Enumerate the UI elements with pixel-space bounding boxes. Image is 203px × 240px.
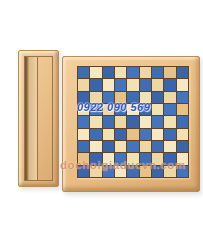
board-square-r5c3 bbox=[103, 116, 114, 127]
board-square-r1c5 bbox=[127, 67, 138, 78]
board-square-r7c3 bbox=[103, 141, 114, 152]
board-square-r5c7 bbox=[152, 116, 163, 127]
board-square-r5c8 bbox=[164, 116, 175, 127]
board-square-r2c1 bbox=[78, 79, 89, 90]
board-square-r7c9 bbox=[177, 141, 188, 152]
board-square-r7c5 bbox=[127, 141, 138, 152]
board-square-r2c8 bbox=[164, 79, 175, 90]
board-square-r1c2 bbox=[90, 67, 101, 78]
board-square-r4c9 bbox=[177, 104, 188, 115]
board-square-r1c7 bbox=[152, 67, 163, 78]
board-square-r5c1 bbox=[78, 116, 89, 127]
board-square-r7c6 bbox=[140, 141, 151, 152]
board-square-r4c8 bbox=[164, 104, 175, 115]
board-square-r5c9 bbox=[177, 116, 188, 127]
box-empty-slot bbox=[25, 57, 38, 180]
board-square-r2c5 bbox=[127, 79, 138, 90]
board-square-r3c8 bbox=[164, 92, 175, 103]
board-square-r6c6 bbox=[140, 129, 151, 140]
board-square-r2c4 bbox=[115, 79, 126, 90]
watermark-phone: 0922 090 569 bbox=[77, 101, 157, 113]
board-square-r2c2 bbox=[90, 79, 101, 90]
board-square-r5c4 bbox=[115, 116, 126, 127]
watermark-site: dochoigiaducvn.com bbox=[60, 159, 202, 171]
board-square-r6c7 bbox=[152, 129, 163, 140]
board-square-r6c2 bbox=[90, 129, 101, 140]
board-square-r7c4 bbox=[115, 141, 126, 152]
board-square-r6c3 bbox=[103, 129, 114, 140]
stacked-checker-pieces bbox=[38, 57, 52, 180]
board-square-r6c5 bbox=[127, 129, 138, 140]
board-square-r1c6 bbox=[140, 67, 151, 78]
game-board: 0922 090 569 dochoigiaducvn.com bbox=[62, 56, 200, 192]
board-square-r2c9 bbox=[177, 79, 188, 90]
board-square-r6c4 bbox=[115, 129, 126, 140]
board-square-r6c9 bbox=[177, 129, 188, 140]
board-square-r5c5 bbox=[127, 116, 138, 127]
board-square-r1c4 bbox=[115, 67, 126, 78]
board-square-r1c8 bbox=[164, 67, 175, 78]
board-square-r2c7 bbox=[152, 79, 163, 90]
board-square-r7c2 bbox=[90, 141, 101, 152]
board-square-r5c6 bbox=[140, 116, 151, 127]
board-square-r6c1 bbox=[78, 129, 89, 140]
board-square-r1c1 bbox=[78, 67, 89, 78]
board-square-r6c8 bbox=[164, 129, 175, 140]
board-square-r5c2 bbox=[90, 116, 101, 127]
board-square-r3c9 bbox=[177, 92, 188, 103]
piece-storage-box bbox=[18, 50, 59, 187]
board-square-r1c3 bbox=[103, 67, 114, 78]
board-square-r7c1 bbox=[78, 141, 89, 152]
product-photo: 0922 090 569 dochoigiaducvn.com bbox=[0, 0, 203, 240]
board-square-r2c6 bbox=[140, 79, 151, 90]
board-square-r7c7 bbox=[152, 141, 163, 152]
board-square-r7c8 bbox=[164, 141, 175, 152]
board-square-r2c3 bbox=[103, 79, 114, 90]
board-square-r1c9 bbox=[177, 67, 188, 78]
box-interior bbox=[24, 56, 53, 181]
